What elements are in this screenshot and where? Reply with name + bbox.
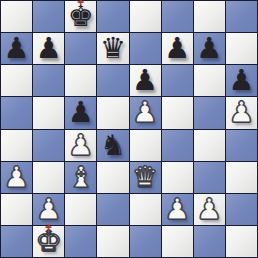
square-b7[interactable]: ♟ — [33, 33, 64, 64]
square-g2[interactable]: ♟ — [194, 194, 225, 225]
piece-black-pawn[interactable]: ♟ — [36, 34, 62, 63]
piece-black-pawn[interactable]: ♟ — [132, 66, 158, 95]
square-h3[interactable] — [226, 162, 257, 193]
square-d6[interactable] — [97, 65, 128, 96]
piece-white-pawn[interactable]: ♟ — [132, 98, 158, 127]
square-b1[interactable]: ♚✚ — [33, 226, 64, 257]
piece-black-pawn[interactable]: ♟ — [164, 34, 190, 63]
piece-white-queen[interactable]: ♛ — [132, 163, 158, 192]
square-c6[interactable] — [65, 65, 96, 96]
square-d2[interactable] — [97, 194, 128, 225]
square-c8[interactable]: ♚✚ — [65, 1, 96, 32]
square-d3[interactable] — [97, 162, 128, 193]
piece-white-pawn[interactable]: ♟ — [68, 131, 94, 160]
square-f3[interactable] — [162, 162, 193, 193]
piece-black-pawn[interactable]: ♟ — [228, 66, 254, 95]
square-f5[interactable] — [162, 97, 193, 128]
square-h7[interactable] — [226, 33, 257, 64]
square-f1[interactable] — [162, 226, 193, 257]
square-a6[interactable] — [1, 65, 32, 96]
piece-white-pawn[interactable]: ♟ — [4, 163, 30, 192]
square-a1[interactable] — [1, 226, 32, 257]
square-a5[interactable] — [1, 97, 32, 128]
square-d5[interactable] — [97, 97, 128, 128]
square-g8[interactable] — [194, 1, 225, 32]
square-c2[interactable] — [65, 194, 96, 225]
square-g6[interactable] — [194, 65, 225, 96]
square-b6[interactable] — [33, 65, 64, 96]
square-a7[interactable]: ♟ — [1, 33, 32, 64]
square-b2[interactable]: ♟ — [33, 194, 64, 225]
square-e3[interactable]: ♛ — [130, 162, 161, 193]
square-f4[interactable] — [162, 130, 193, 161]
square-e2[interactable] — [130, 194, 161, 225]
square-f2[interactable]: ♟ — [162, 194, 193, 225]
square-a4[interactable] — [1, 130, 32, 161]
king-cross-accent-icon: ✚ — [45, 224, 52, 232]
square-b3[interactable] — [33, 162, 64, 193]
piece-white-pawn[interactable]: ♟ — [196, 195, 222, 224]
piece-black-pawn[interactable]: ♟ — [196, 34, 222, 63]
square-b8[interactable] — [33, 1, 64, 32]
square-h6[interactable]: ♟ — [226, 65, 257, 96]
square-d8[interactable] — [97, 1, 128, 32]
square-h8[interactable] — [226, 1, 257, 32]
square-f6[interactable] — [162, 65, 193, 96]
piece-white-pawn[interactable]: ♟ — [36, 195, 62, 224]
square-b5[interactable] — [33, 97, 64, 128]
square-c7[interactable] — [65, 33, 96, 64]
square-h2[interactable] — [226, 194, 257, 225]
square-g1[interactable] — [194, 226, 225, 257]
square-f7[interactable]: ♟ — [162, 33, 193, 64]
square-d7[interactable]: ♛ — [97, 33, 128, 64]
piece-black-knight[interactable]: ♞ — [100, 131, 126, 160]
chess-board: ♚✚♟♟♛♟♟♟♟♟♟♟♟♞♟♝♛♟♟♟♚✚ — [0, 0, 258, 258]
piece-black-pawn[interactable]: ♟ — [4, 34, 30, 63]
square-d1[interactable] — [97, 226, 128, 257]
square-g7[interactable]: ♟ — [194, 33, 225, 64]
square-e1[interactable] — [130, 226, 161, 257]
square-c5[interactable]: ♟ — [65, 97, 96, 128]
square-g5[interactable] — [194, 97, 225, 128]
square-c4[interactable]: ♟ — [65, 130, 96, 161]
piece-white-bishop[interactable]: ♝ — [68, 163, 94, 192]
piece-white-pawn[interactable]: ♟ — [228, 98, 254, 127]
piece-white-pawn[interactable]: ♟ — [164, 195, 190, 224]
piece-black-pawn[interactable]: ♟ — [68, 98, 94, 127]
square-d4[interactable]: ♞ — [97, 130, 128, 161]
square-b4[interactable] — [33, 130, 64, 161]
square-c3[interactable]: ♝ — [65, 162, 96, 193]
square-a8[interactable] — [1, 1, 32, 32]
square-e7[interactable] — [130, 33, 161, 64]
square-e8[interactable] — [130, 1, 161, 32]
square-e4[interactable] — [130, 130, 161, 161]
square-h1[interactable] — [226, 226, 257, 257]
square-a3[interactable]: ♟ — [1, 162, 32, 193]
square-e5[interactable]: ♟ — [130, 97, 161, 128]
square-g3[interactable] — [194, 162, 225, 193]
square-c1[interactable] — [65, 226, 96, 257]
square-f8[interactable] — [162, 1, 193, 32]
piece-black-queen[interactable]: ♛ — [100, 34, 126, 63]
square-h4[interactable] — [226, 130, 257, 161]
square-g4[interactable] — [194, 130, 225, 161]
square-e6[interactable]: ♟ — [130, 65, 161, 96]
square-h5[interactable]: ♟ — [226, 97, 257, 128]
square-a2[interactable] — [1, 194, 32, 225]
king-cross-accent-icon: ✚ — [77, 0, 84, 7]
